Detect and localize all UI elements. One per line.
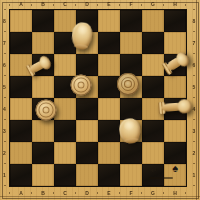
rail-tick <box>53 4 55 6</box>
rail-tick <box>4 119 6 121</box>
square-e6[interactable] <box>98 54 120 76</box>
rank-label-left-7: 7 <box>0 32 9 54</box>
rail-tick <box>31 4 33 6</box>
file-label-bottom-g: G <box>142 187 164 199</box>
rail-tick <box>9 4 11 6</box>
rail-tick <box>193 185 195 187</box>
rail-tick <box>75 4 77 6</box>
file-label-top-d: D <box>76 0 98 9</box>
square-f4[interactable] <box>120 98 142 120</box>
square-b1[interactable] <box>32 164 54 186</box>
square-f1[interactable] <box>120 164 142 186</box>
rail-tick <box>193 75 195 77</box>
rail-tick <box>193 53 195 55</box>
rail-tick <box>163 4 165 6</box>
square-c4[interactable] <box>54 98 76 120</box>
square-e2[interactable] <box>98 142 120 164</box>
rail-tick <box>141 4 143 6</box>
file-label-bottom-d: D <box>76 187 98 199</box>
square-e1[interactable] <box>98 164 120 186</box>
piece-pawn-b4[interactable] <box>36 100 57 121</box>
square-a5[interactable] <box>10 76 32 98</box>
rank-label-left-3: 3 <box>0 120 9 142</box>
rail-tick <box>97 192 99 194</box>
pawn-head <box>177 99 192 114</box>
rank-labels-left: 87654321 <box>0 10 9 186</box>
rail-tick <box>75 192 77 194</box>
square-g7[interactable] <box>142 32 164 54</box>
rank-label-left-4: 4 <box>0 98 9 120</box>
square-b2[interactable] <box>32 142 54 164</box>
rank-label-right-1: 1 <box>189 164 199 186</box>
rail-tick <box>193 9 195 11</box>
square-d2[interactable] <box>76 142 98 164</box>
rail-tick <box>193 97 195 99</box>
square-a1[interactable] <box>10 164 32 186</box>
file-label-top-b: B <box>32 0 54 9</box>
rail-tick <box>185 192 187 194</box>
file-label-top-h: H <box>164 0 186 9</box>
stamp-left-spade-icon: ♤ <box>148 163 158 174</box>
rank-label-left-8: 8 <box>0 10 9 32</box>
file-label-top-a: A <box>10 0 32 9</box>
rail-tick <box>4 97 6 99</box>
rail-tick <box>193 141 195 143</box>
rank-label-right-8: 8 <box>189 10 199 32</box>
board-grid <box>10 10 186 186</box>
square-d1[interactable] <box>76 164 98 186</box>
piece-pawn-h4[interactable] <box>158 99 192 115</box>
square-f2[interactable] <box>120 142 142 164</box>
piece-pawn-d5[interactable] <box>71 75 92 96</box>
rail-tick <box>4 31 6 33</box>
square-g5[interactable] <box>142 76 164 98</box>
rank-label-left-5: 5 <box>0 76 9 98</box>
square-d3[interactable] <box>76 120 98 142</box>
rail-tick <box>4 185 6 187</box>
square-a4[interactable] <box>10 98 32 120</box>
square-b7[interactable] <box>32 32 54 54</box>
file-label-top-e: E <box>98 0 120 9</box>
square-b8[interactable] <box>32 10 54 32</box>
file-label-bottom-c: C <box>54 187 76 199</box>
rank-label-right-3: 3 <box>189 120 199 142</box>
chessboard: ABCDEFGH ABCDEFGH 87654321 87654321 ♤ ♠ <box>0 0 200 200</box>
square-b3[interactable] <box>32 120 54 142</box>
file-label-top-f: F <box>120 0 142 9</box>
playing-area <box>9 9 187 187</box>
file-label-bottom-f: F <box>120 187 142 199</box>
square-f8[interactable] <box>120 10 142 32</box>
rail-tick <box>4 53 6 55</box>
stamp-fine-print <box>149 177 173 179</box>
square-e4[interactable] <box>98 98 120 120</box>
square-h5[interactable] <box>164 76 186 98</box>
square-a7[interactable] <box>10 32 32 54</box>
stamp-right-spade-icon: ♠ <box>172 163 178 174</box>
square-a8[interactable] <box>10 10 32 32</box>
square-b5[interactable] <box>32 76 54 98</box>
square-d4[interactable] <box>76 98 98 120</box>
rail-tick <box>141 192 143 194</box>
rail-tick <box>193 119 195 121</box>
file-label-top-c: C <box>54 0 76 9</box>
file-label-top-g: G <box>142 0 164 9</box>
file-label-bottom-b: B <box>32 187 54 199</box>
square-e3[interactable] <box>98 120 120 142</box>
file-label-bottom-e: E <box>98 187 120 199</box>
file-labels-top: ABCDEFGH <box>10 0 186 9</box>
square-e8[interactable] <box>98 10 120 32</box>
square-h2[interactable] <box>164 142 186 164</box>
rank-label-left-6: 6 <box>0 54 9 76</box>
rank-label-right-6: 6 <box>189 54 199 76</box>
rank-label-right-2: 2 <box>189 142 199 164</box>
square-c1[interactable] <box>54 164 76 186</box>
square-g2[interactable] <box>142 142 164 164</box>
square-g6[interactable] <box>142 54 164 76</box>
square-d6[interactable] <box>76 54 98 76</box>
rail-tick <box>4 9 6 11</box>
square-e7[interactable] <box>98 32 120 54</box>
rail-tick <box>185 4 187 6</box>
rail-tick <box>119 192 121 194</box>
rail-tick <box>163 192 165 194</box>
rail-tick <box>193 31 195 33</box>
rank-label-left-1: 1 <box>0 164 9 186</box>
square-c3[interactable] <box>54 120 76 142</box>
rank-label-right-7: 7 <box>189 32 199 54</box>
square-g3[interactable] <box>142 120 164 142</box>
square-h3[interactable] <box>164 120 186 142</box>
rail-tick <box>4 163 6 165</box>
file-label-bottom-a: A <box>10 187 32 199</box>
rank-label-right-5: 5 <box>189 76 199 98</box>
square-g8[interactable] <box>142 10 164 32</box>
rail-tick <box>4 141 6 143</box>
square-c6[interactable] <box>54 54 76 76</box>
rank-label-left-2: 2 <box>0 142 9 164</box>
rail-tick <box>119 4 121 6</box>
rail-tick <box>97 4 99 6</box>
rail-tick <box>31 192 33 194</box>
piece-pawn-f5[interactable] <box>117 73 139 95</box>
rail-tick <box>4 75 6 77</box>
square-h8[interactable] <box>164 10 186 32</box>
square-a2[interactable] <box>10 142 32 164</box>
square-a3[interactable] <box>10 120 32 142</box>
rail-tick <box>9 192 11 194</box>
rail-tick <box>53 192 55 194</box>
file-labels-bottom: ABCDEFGH <box>10 187 186 199</box>
square-c2[interactable] <box>54 142 76 164</box>
square-f7[interactable] <box>120 32 142 54</box>
file-label-bottom-h: H <box>164 187 186 199</box>
rail-tick <box>193 163 195 165</box>
